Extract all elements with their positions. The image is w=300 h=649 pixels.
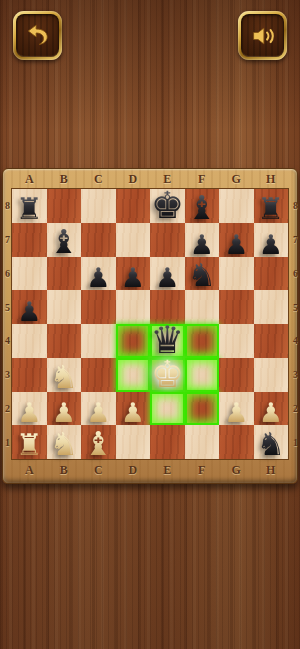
square-h4[interactable]: [254, 324, 289, 358]
square-a1[interactable]: ♜: [12, 425, 47, 459]
file-label-b: B: [47, 169, 82, 189]
square-g8[interactable]: [219, 189, 254, 223]
square-g7[interactable]: ♟: [219, 223, 254, 257]
piece-white-pawn[interactable]: ♟: [116, 399, 151, 426]
app-screen: ABCDEFGH 87654321 87654321 ♜♚♝♜♝♟♟♟♟♟♟♞♟…: [0, 0, 300, 649]
square-h1[interactable]: ♞: [254, 425, 289, 459]
speaker-icon: [248, 21, 278, 51]
square-a7[interactable]: [12, 223, 47, 257]
square-c7[interactable]: [81, 223, 116, 257]
chess-board: ABCDEFGH 87654321 87654321 ♜♚♝♜♝♟♟♟♟♟♟♞♟…: [2, 168, 298, 484]
square-f5[interactable]: [185, 290, 220, 324]
piece-black-pawn[interactable]: ♟: [81, 264, 116, 291]
square-c1[interactable]: ♝: [81, 425, 116, 459]
square-f7[interactable]: ♟: [185, 223, 220, 257]
square-b5[interactable]: [47, 290, 82, 324]
square-e3[interactable]: ♚: [150, 358, 185, 392]
square-d7[interactable]: [116, 223, 151, 257]
piece-white-king[interactable]: ♚: [150, 356, 185, 393]
move-highlight: [116, 358, 151, 392]
piece-black-knight[interactable]: ♞: [185, 259, 220, 291]
square-c5[interactable]: [81, 290, 116, 324]
square-h3[interactable]: [254, 358, 289, 392]
square-f3[interactable]: [185, 358, 220, 392]
square-h7[interactable]: ♟: [254, 223, 289, 257]
piece-black-rook[interactable]: ♜: [254, 194, 289, 224]
square-g1[interactable]: [219, 425, 254, 459]
square-f2[interactable]: [185, 392, 220, 426]
square-h5[interactable]: [254, 290, 289, 324]
rank-label-3: 3: [290, 358, 300, 392]
move-highlight: [116, 324, 151, 358]
file-label-d: D: [116, 457, 151, 483]
piece-black-knight[interactable]: ♞: [254, 428, 289, 460]
piece-white-pawn[interactable]: ♟: [81, 399, 116, 426]
square-c4[interactable]: [81, 324, 116, 358]
piece-white-pawn[interactable]: ♟: [219, 399, 254, 426]
square-b1[interactable]: ♞: [47, 425, 82, 459]
board-squares: ♜♚♝♜♝♟♟♟♟♟♟♞♟♛♞♚♟♟♟♟♟♟♜♞♝♞: [11, 188, 289, 460]
square-b6[interactable]: [47, 257, 82, 291]
square-f4[interactable]: [185, 324, 220, 358]
file-label-h: H: [254, 169, 289, 189]
square-e2[interactable]: [150, 392, 185, 426]
piece-black-pawn[interactable]: ♟: [219, 231, 254, 258]
square-b4[interactable]: [47, 324, 82, 358]
square-d8[interactable]: [116, 189, 151, 223]
square-h2[interactable]: ♟: [254, 392, 289, 426]
square-a2[interactable]: ♟: [12, 392, 47, 426]
piece-white-pawn[interactable]: ♟: [254, 399, 289, 426]
square-f6[interactable]: ♞: [185, 257, 220, 291]
square-a3[interactable]: [12, 358, 47, 392]
piece-black-pawn[interactable]: ♟: [254, 231, 289, 258]
rank-label-6: 6: [290, 257, 300, 291]
square-e6[interactable]: ♟: [150, 257, 185, 291]
file-label-c: C: [81, 169, 116, 189]
piece-black-pawn[interactable]: ♟: [116, 264, 151, 291]
file-label-g: G: [219, 457, 254, 483]
rank-label-4: 4: [290, 324, 300, 358]
square-b7[interactable]: ♝: [47, 223, 82, 257]
square-g2[interactable]: ♟: [219, 392, 254, 426]
move-highlight: [150, 392, 185, 426]
file-label-d: D: [116, 169, 151, 189]
piece-white-pawn[interactable]: ♟: [47, 399, 82, 426]
piece-black-bishop[interactable]: ♝: [47, 225, 82, 258]
move-highlight: [185, 358, 220, 392]
file-label-a: A: [12, 169, 47, 189]
square-c6[interactable]: ♟: [81, 257, 116, 291]
piece-black-king[interactable]: ♚: [150, 187, 185, 224]
square-d4[interactable]: [116, 324, 151, 358]
move-highlight: [185, 324, 220, 358]
square-b3[interactable]: ♞: [47, 358, 82, 392]
piece-white-knight[interactable]: ♞: [47, 361, 82, 393]
square-d6[interactable]: ♟: [116, 257, 151, 291]
rank-labels-right: 87654321: [290, 189, 300, 459]
file-label-e: E: [150, 457, 185, 483]
square-e8[interactable]: ♚: [150, 189, 185, 223]
rank-label-1: 1: [290, 425, 300, 459]
sound-button[interactable]: [238, 11, 287, 60]
square-g6[interactable]: [219, 257, 254, 291]
piece-white-knight[interactable]: ♞: [47, 428, 82, 460]
square-e1[interactable]: [150, 425, 185, 459]
square-d5[interactable]: [116, 290, 151, 324]
piece-white-rook[interactable]: ♜: [12, 430, 47, 460]
square-d3[interactable]: [116, 358, 151, 392]
square-c2[interactable]: ♟: [81, 392, 116, 426]
square-f8[interactable]: ♝: [185, 189, 220, 223]
undo-arrow-icon: [23, 21, 53, 51]
rank-label-5: 5: [290, 290, 300, 324]
square-a4[interactable]: [12, 324, 47, 358]
square-e7[interactable]: [150, 223, 185, 257]
back-button[interactable]: [13, 11, 62, 60]
rank-label-2: 2: [290, 392, 300, 426]
square-h8[interactable]: ♜: [254, 189, 289, 223]
move-highlight: [185, 392, 220, 426]
rank-label-8: 8: [290, 189, 300, 223]
square-a6[interactable]: [12, 257, 47, 291]
piece-black-pawn[interactable]: ♟: [12, 298, 47, 325]
square-b8[interactable]: [47, 189, 82, 223]
piece-white-pawn[interactable]: ♟: [12, 399, 47, 426]
rank-label-7: 7: [290, 223, 300, 257]
square-a5[interactable]: ♟: [12, 290, 47, 324]
piece-black-bishop[interactable]: ♝: [185, 191, 220, 224]
square-d2[interactable]: ♟: [116, 392, 151, 426]
piece-black-rook[interactable]: ♜: [12, 194, 47, 224]
piece-white-bishop[interactable]: ♝: [81, 427, 116, 460]
piece-black-pawn[interactable]: ♟: [150, 264, 185, 291]
square-h6[interactable]: [254, 257, 289, 291]
piece-black-pawn[interactable]: ♟: [185, 231, 220, 258]
square-g5[interactable]: [219, 290, 254, 324]
file-label-g: G: [219, 169, 254, 189]
square-f1[interactable]: [185, 425, 220, 459]
square-d1[interactable]: [116, 425, 151, 459]
file-label-f: F: [185, 169, 220, 189]
square-g4[interactable]: [219, 324, 254, 358]
file-label-f: F: [185, 457, 220, 483]
square-g3[interactable]: [219, 358, 254, 392]
square-a8[interactable]: ♜: [12, 189, 47, 223]
square-c8[interactable]: [81, 189, 116, 223]
square-b2[interactable]: ♟: [47, 392, 82, 426]
square-c3[interactable]: [81, 358, 116, 392]
